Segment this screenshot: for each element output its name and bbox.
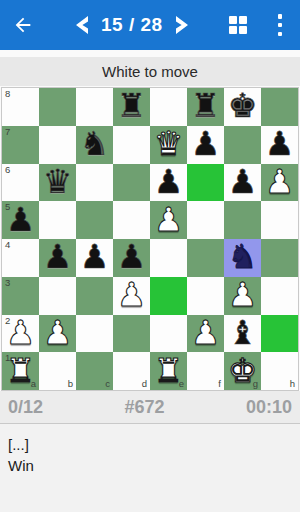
square-g2[interactable]: ♝	[224, 315, 261, 353]
file-label-d: d	[142, 379, 147, 389]
square-g7[interactable]	[224, 126, 261, 164]
status-bar: 0/12 #672 00:10	[0, 391, 300, 424]
side-to-move-text: White to move	[102, 63, 198, 80]
rank-label-2: 2	[5, 316, 10, 326]
piece-black-pawn-c4: ♟	[80, 240, 110, 273]
puzzle-number: #672	[124, 397, 164, 418]
file-label-e: e	[179, 379, 184, 389]
notation-panel: [...] Win	[0, 424, 300, 512]
piece-black-pawn-b4: ♟	[43, 240, 73, 273]
piece-white-pawn-b2: ♟	[43, 316, 73, 349]
square-h6[interactable]: ♟	[261, 164, 298, 202]
square-e4[interactable]	[150, 239, 187, 277]
square-a6[interactable]: 6	[2, 164, 39, 202]
rank-label-5: 5	[5, 202, 10, 212]
square-a4[interactable]: 4	[2, 239, 39, 277]
piece-black-pawn-g6: ♟	[228, 165, 258, 198]
square-a2[interactable]: 2♟	[2, 315, 39, 353]
square-a1[interactable]: 1a♜	[2, 352, 39, 390]
chess-board: 8♜♜♚7♞♛♟♟6♛♟♟♟5♟♟4♟♟♟♞3♟♟2♟♟♟♝1a♜bcde♜fg…	[1, 87, 299, 391]
piece-black-pawn-f7: ♟	[191, 127, 221, 160]
square-f5[interactable]	[187, 201, 224, 239]
rank-label-6: 6	[5, 165, 10, 175]
square-c5[interactable]	[76, 201, 113, 239]
chevron-left-icon[interactable]	[74, 15, 89, 35]
board-grid-icon[interactable]	[229, 16, 247, 34]
piece-white-pawn-f2: ♟	[191, 316, 221, 349]
square-e7[interactable]: ♛	[150, 126, 187, 164]
square-h7[interactable]: ♟	[261, 126, 298, 164]
square-b8[interactable]	[39, 88, 76, 126]
overflow-menu-icon[interactable]	[277, 14, 283, 36]
square-h8[interactable]	[261, 88, 298, 126]
square-h2[interactable]	[261, 315, 298, 353]
piece-black-pawn-h7: ♟	[265, 127, 295, 160]
square-d1[interactable]: d	[113, 352, 150, 390]
app-screen: 15 / 28 White to move 8♜♜♚7♞♛♟♟6♛♟♟♟5♟♟4…	[0, 0, 300, 512]
file-label-h: h	[290, 379, 295, 389]
notation-move[interactable]: [...]	[8, 434, 292, 455]
square-c1[interactable]: c	[76, 352, 113, 390]
square-e6[interactable]: ♟	[150, 164, 187, 202]
square-c6[interactable]	[76, 164, 113, 202]
piece-black-knight-g4: ♞	[228, 240, 258, 273]
square-d6[interactable]	[113, 164, 150, 202]
piece-white-pawn-h6: ♟	[265, 165, 295, 198]
square-b7[interactable]	[39, 126, 76, 164]
square-g4[interactable]: ♞	[224, 239, 261, 277]
puzzle-counter: 15 / 28	[101, 14, 163, 36]
square-d8[interactable]: ♜	[113, 88, 150, 126]
square-d4[interactable]: ♟	[113, 239, 150, 277]
back-arrow-icon[interactable]	[12, 14, 34, 36]
square-g5[interactable]	[224, 201, 261, 239]
notation-result: Win	[8, 455, 292, 476]
square-f2[interactable]: ♟	[187, 315, 224, 353]
rank-label-7: 7	[5, 127, 10, 137]
rank-label-3: 3	[5, 278, 10, 288]
chevron-right-icon[interactable]	[175, 15, 190, 35]
square-c4[interactable]: ♟	[76, 239, 113, 277]
square-d5[interactable]	[113, 201, 150, 239]
piece-white-queen-e7: ♛	[154, 127, 184, 160]
square-g6[interactable]: ♟	[224, 164, 261, 202]
side-to-move-bar: White to move	[0, 57, 300, 86]
app-bar: 15 / 28	[0, 0, 300, 50]
piece-white-pawn-d3: ♟	[117, 278, 147, 311]
rank-label-1: 1	[5, 353, 10, 363]
piece-black-king-g8: ♚	[228, 89, 258, 122]
square-a7[interactable]: 7	[2, 126, 39, 164]
file-label-f: f	[218, 379, 221, 389]
piece-black-pawn-d4: ♟	[117, 240, 147, 273]
square-e1[interactable]: e♜	[150, 352, 187, 390]
square-b5[interactable]	[39, 201, 76, 239]
square-d2[interactable]	[113, 315, 150, 353]
square-d7[interactable]	[113, 126, 150, 164]
piece-black-rook-d8: ♜	[117, 89, 147, 122]
square-h3[interactable]	[261, 277, 298, 315]
piece-black-rook-f8: ♜	[191, 89, 221, 122]
square-f8[interactable]: ♜	[187, 88, 224, 126]
progress-counter: 0/12	[8, 397, 43, 418]
square-a8[interactable]: 8	[2, 88, 39, 126]
square-f4[interactable]	[187, 239, 224, 277]
piece-white-pawn-g3: ♟	[228, 278, 258, 311]
square-b3[interactable]	[39, 277, 76, 315]
square-c7[interactable]: ♞	[76, 126, 113, 164]
square-h5[interactable]	[261, 201, 298, 239]
square-a3[interactable]: 3	[2, 277, 39, 315]
file-label-b: b	[68, 379, 73, 389]
square-e2[interactable]	[150, 315, 187, 353]
square-a5[interactable]: 5♟	[2, 201, 39, 239]
piece-black-bishop-g2: ♝	[228, 316, 258, 349]
square-b2[interactable]: ♟	[39, 315, 76, 353]
file-label-a: a	[31, 379, 36, 389]
square-h1[interactable]: h	[261, 352, 298, 390]
piece-black-knight-c7: ♞	[80, 127, 110, 160]
square-e5[interactable]: ♟	[150, 201, 187, 239]
timer: 00:10	[246, 397, 292, 418]
square-e3[interactable]	[150, 277, 187, 315]
file-label-c: c	[105, 379, 110, 389]
piece-black-queen-b6: ♛	[43, 165, 73, 198]
square-g1[interactable]: g♚	[224, 352, 261, 390]
square-f3[interactable]	[187, 277, 224, 315]
square-g3[interactable]: ♟	[224, 277, 261, 315]
square-h4[interactable]	[261, 239, 298, 277]
square-f6[interactable]	[187, 164, 224, 202]
square-b4[interactable]: ♟	[39, 239, 76, 277]
square-d3[interactable]: ♟	[113, 277, 150, 315]
square-f7[interactable]: ♟	[187, 126, 224, 164]
square-g8[interactable]: ♚	[224, 88, 261, 126]
square-c3[interactable]	[76, 277, 113, 315]
piece-black-pawn-e6: ♟	[154, 165, 184, 198]
rank-label-8: 8	[5, 89, 10, 99]
square-c2[interactable]	[76, 315, 113, 353]
file-label-g: g	[253, 379, 258, 389]
square-f1[interactable]: f	[187, 352, 224, 390]
square-c8[interactable]	[76, 88, 113, 126]
square-b1[interactable]: b	[39, 352, 76, 390]
piece-white-pawn-e5: ♟	[154, 203, 184, 236]
puzzle-navigator: 15 / 28	[74, 0, 190, 50]
square-e8[interactable]	[150, 88, 187, 126]
rank-label-4: 4	[5, 240, 10, 250]
square-b6[interactable]: ♛	[39, 164, 76, 202]
